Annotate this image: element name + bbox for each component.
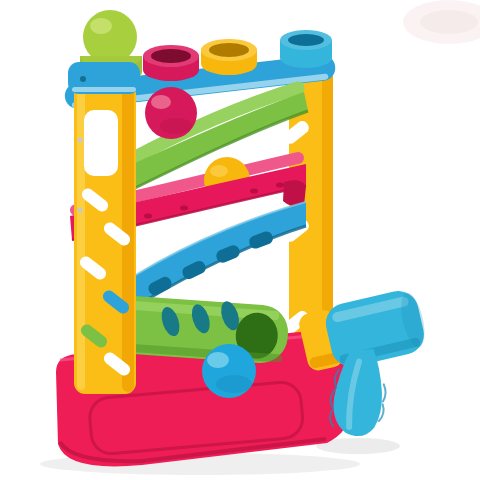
red-ball-shade [160,118,192,134]
column-screw [78,138,83,143]
pink-ramp-hole [250,189,258,194]
yellow-ball-highlight [210,165,228,177]
pink-ramp-hole [144,214,152,219]
right-column-shade [322,70,333,334]
yellow-ring-hole [209,43,249,57]
green-ball-highlight [90,18,112,34]
deck-band-screw [80,76,86,82]
teal-ring-hole [288,34,324,46]
pink-ramp-hole [276,183,284,188]
column-screw [78,208,83,213]
blue-ball-highlight [207,352,229,368]
pink-ramp-hole [180,206,188,211]
product-photo-canvas [0,0,480,480]
left-column-highlight [77,66,85,390]
left-column [68,62,140,394]
deck-band-wrap-highlight [72,87,136,92]
watermark-inner-ellipse [420,10,478,34]
red-ball-highlight [151,95,171,109]
blue-ball-shade [216,375,252,393]
toy-illustration [0,0,480,480]
blue-ball-group [202,344,256,398]
green-ball [83,10,137,64]
left-column-window [84,110,118,176]
left-column-shade [122,66,134,392]
red-ring-hole [151,49,191,63]
